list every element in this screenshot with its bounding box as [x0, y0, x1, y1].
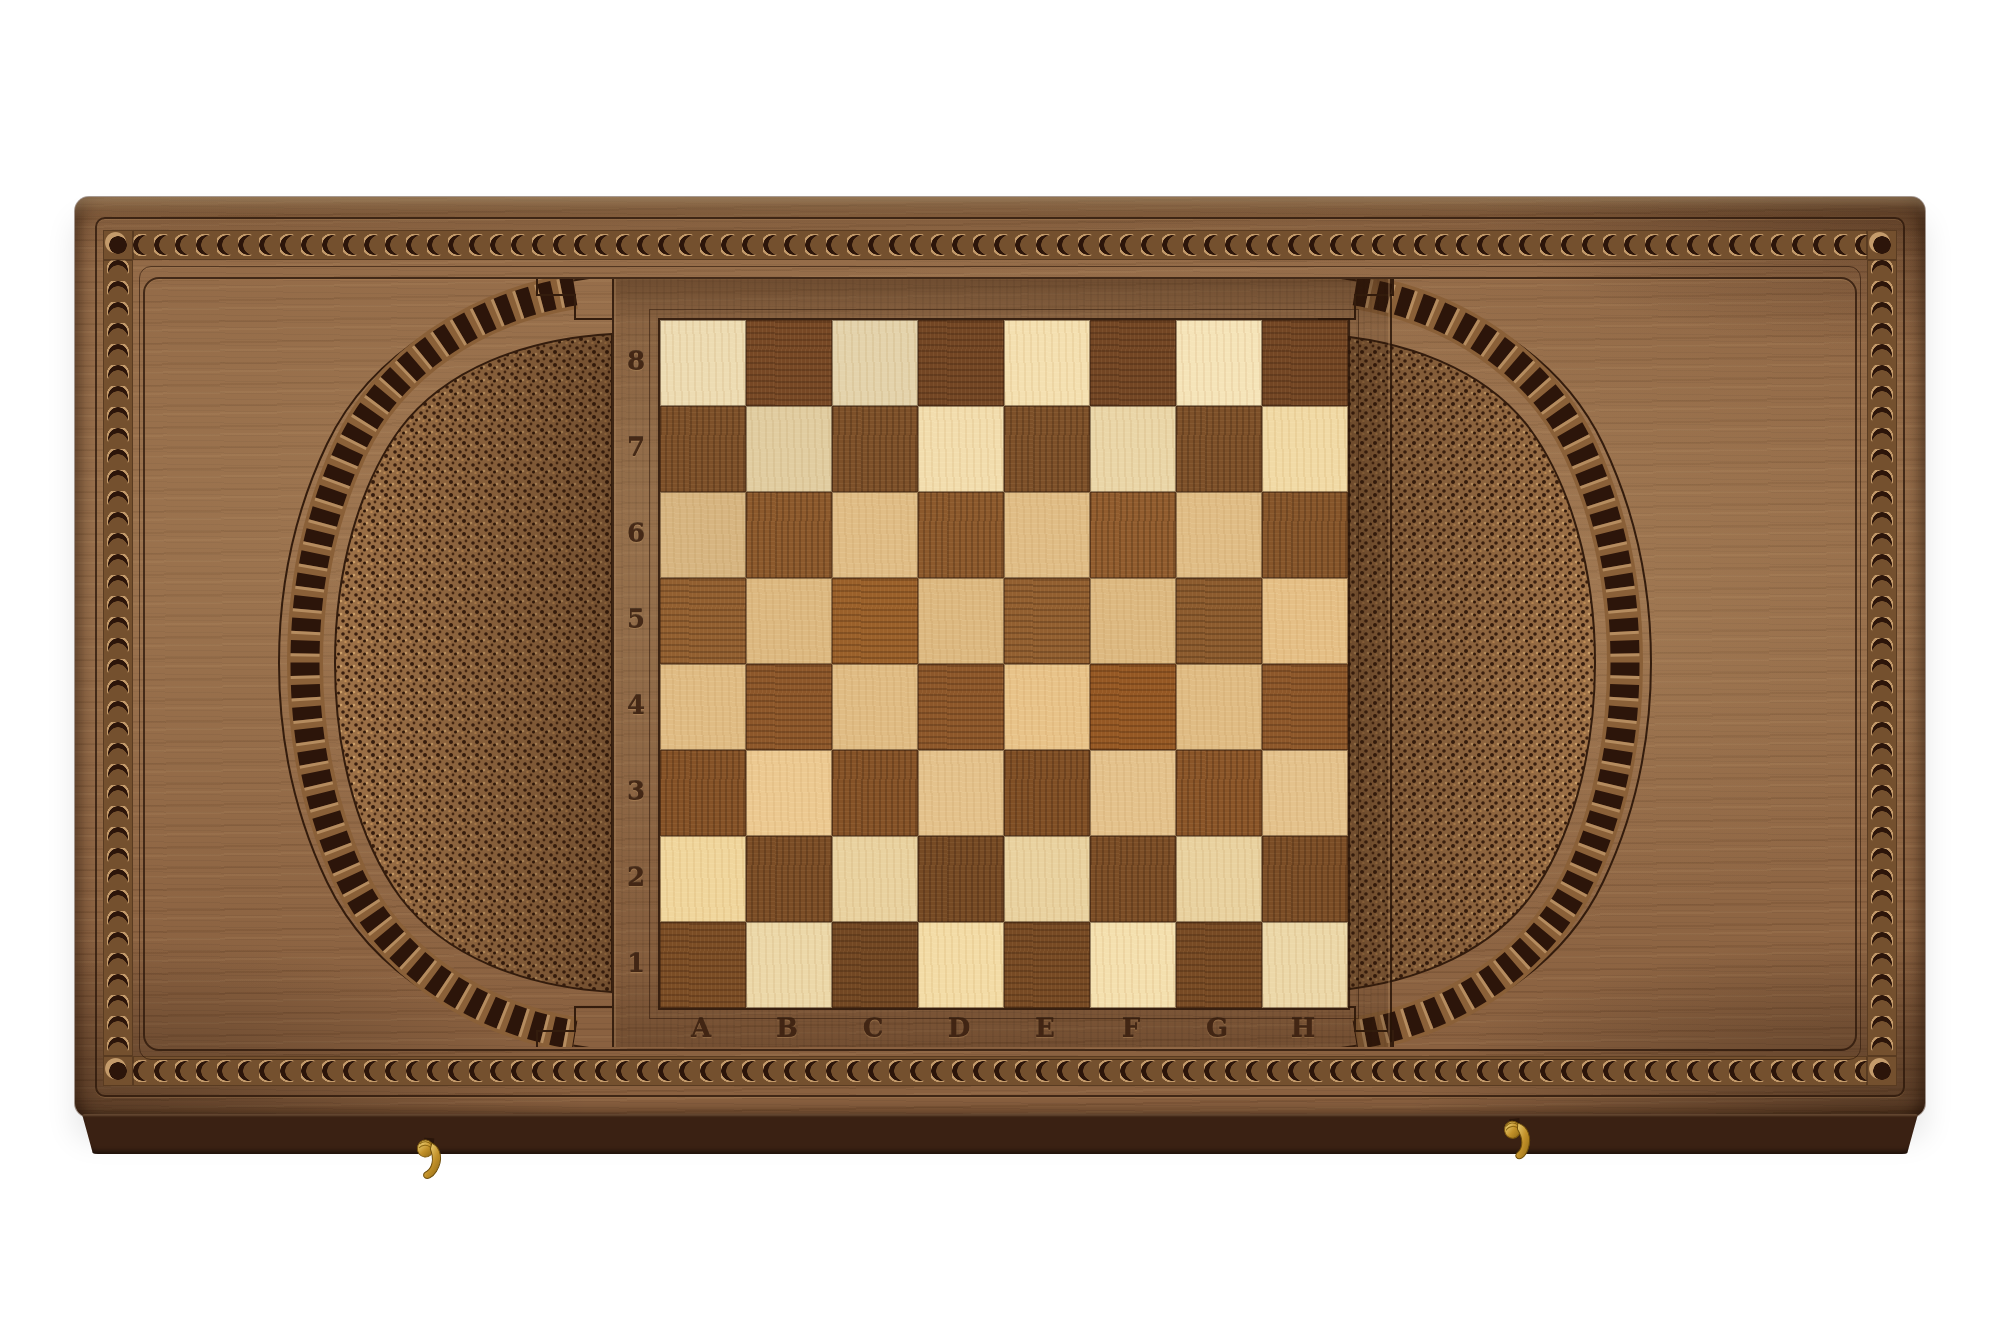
square-h2 — [1262, 836, 1348, 922]
square-e6 — [1004, 492, 1090, 578]
crescent-medallion-icon — [145, 279, 612, 1047]
square-a5 — [660, 578, 746, 664]
product-photo: 87654321 ABCDEFGH — [0, 0, 2000, 1333]
square-h6 — [1262, 492, 1348, 578]
square-h1 — [1262, 922, 1348, 1008]
chess-area: 87654321 ABCDEFGH — [612, 279, 1392, 1047]
square-h8 — [1262, 320, 1348, 406]
square-h5 — [1262, 578, 1348, 664]
square-e3 — [1004, 750, 1090, 836]
file-label-g: G — [1174, 1008, 1260, 1047]
rank-label-2: 2 — [614, 834, 658, 920]
square-e7 — [1004, 406, 1090, 492]
square-c6 — [832, 492, 918, 578]
square-f4 — [1090, 664, 1176, 750]
square-b7 — [746, 406, 832, 492]
carved-panel-left — [145, 279, 612, 1047]
square-g3 — [1176, 750, 1262, 836]
square-a1 — [660, 922, 746, 1008]
file-label-c: C — [830, 1008, 916, 1047]
square-a4 — [660, 664, 746, 750]
square-d7 — [918, 406, 1004, 492]
square-h3 — [1262, 750, 1348, 836]
rank-label-3: 3 — [614, 748, 658, 834]
rank-label-7: 7 — [614, 404, 658, 490]
file-label-b: B — [744, 1008, 830, 1047]
square-b8 — [746, 320, 832, 406]
rank-label-6: 6 — [614, 490, 658, 576]
square-g7 — [1176, 406, 1262, 492]
square-e2 — [1004, 836, 1090, 922]
rank-label-5: 5 — [614, 576, 658, 662]
square-g1 — [1176, 922, 1262, 1008]
square-a3 — [660, 750, 746, 836]
rope-border-left — [103, 260, 133, 1056]
file-labels: ABCDEFGH — [658, 1008, 1346, 1047]
rank-labels: 87654321 — [614, 318, 658, 1006]
brass-clasp-icon — [1502, 1117, 1537, 1172]
square-f8 — [1090, 320, 1176, 406]
square-d1 — [918, 922, 1004, 1008]
square-a6 — [660, 492, 746, 578]
brass-clasp-icon — [413, 1137, 447, 1191]
square-d3 — [918, 750, 1004, 836]
square-a2 — [660, 836, 746, 922]
square-e8 — [1004, 320, 1090, 406]
square-c2 — [832, 836, 918, 922]
rank-label-4: 4 — [614, 662, 658, 748]
rope-border-right — [1867, 260, 1897, 1056]
rope-corner-icon — [1867, 230, 1897, 260]
rope-border-bottom — [133, 1056, 1867, 1086]
square-d2 — [918, 836, 1004, 922]
square-d8 — [918, 320, 1004, 406]
rank-label-1: 1 — [614, 920, 658, 1006]
square-b3 — [746, 750, 832, 836]
square-f7 — [1090, 406, 1176, 492]
file-label-h: H — [1260, 1008, 1346, 1047]
rope-corner-icon — [103, 1056, 133, 1086]
square-f3 — [1090, 750, 1176, 836]
square-h7 — [1262, 406, 1348, 492]
square-g4 — [1176, 664, 1262, 750]
square-f1 — [1090, 922, 1176, 1008]
square-b2 — [746, 836, 832, 922]
square-c7 — [832, 406, 918, 492]
lid-bottom-edge — [82, 1114, 1918, 1154]
square-c8 — [832, 320, 918, 406]
square-h4 — [1262, 664, 1348, 750]
square-g5 — [1176, 578, 1262, 664]
square-f2 — [1090, 836, 1176, 922]
square-e4 — [1004, 664, 1090, 750]
file-label-f: F — [1088, 1008, 1174, 1047]
square-g2 — [1176, 836, 1262, 922]
square-e1 — [1004, 922, 1090, 1008]
square-c3 — [832, 750, 918, 836]
square-f5 — [1090, 578, 1176, 664]
brass-clasp-right — [1502, 1117, 1537, 1172]
square-e5 — [1004, 578, 1090, 664]
square-c4 — [832, 664, 918, 750]
square-d5 — [918, 578, 1004, 664]
square-g8 — [1176, 320, 1262, 406]
file-label-a: A — [658, 1008, 744, 1047]
file-label-e: E — [1002, 1008, 1088, 1047]
square-b5 — [746, 578, 832, 664]
board-lid: 87654321 ABCDEFGH — [75, 197, 1925, 1117]
brass-clasp-left — [413, 1137, 447, 1191]
square-c1 — [832, 922, 918, 1008]
square-b4 — [746, 664, 832, 750]
square-a7 — [660, 406, 746, 492]
square-a8 — [660, 320, 746, 406]
square-b6 — [746, 492, 832, 578]
square-c5 — [832, 578, 918, 664]
rank-label-8: 8 — [614, 318, 658, 404]
square-d6 — [918, 492, 1004, 578]
square-f6 — [1090, 492, 1176, 578]
square-d4 — [918, 664, 1004, 750]
chess-board — [658, 318, 1350, 1010]
rope-corner-icon — [103, 230, 133, 260]
rope-corner-icon — [1867, 1056, 1897, 1086]
rope-border-top — [133, 230, 1867, 260]
square-g6 — [1176, 492, 1262, 578]
file-label-d: D — [916, 1008, 1002, 1047]
square-b1 — [746, 922, 832, 1008]
